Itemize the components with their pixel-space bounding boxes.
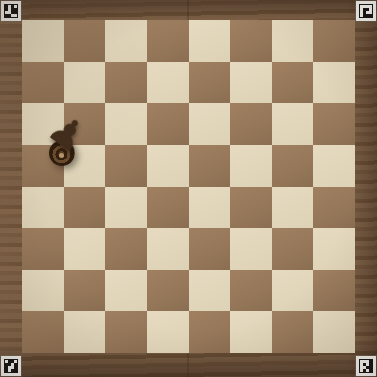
- marker-ink: [359, 359, 373, 373]
- marker-ink: [4, 359, 18, 373]
- square-b1[interactable]: [64, 311, 106, 353]
- square-f3[interactable]: [230, 228, 272, 270]
- square-g4[interactable]: [272, 187, 314, 229]
- square-h8[interactable]: [313, 20, 355, 62]
- square-h3[interactable]: [313, 228, 355, 270]
- square-g3[interactable]: [272, 228, 314, 270]
- fiducial-marker-top-right-icon: [356, 1, 376, 21]
- marker-bit: [14, 369, 17, 372]
- fiducial-marker-bottom-right-icon: [356, 356, 376, 376]
- square-g6[interactable]: [272, 103, 314, 145]
- square-e1[interactable]: [189, 311, 231, 353]
- square-g1[interactable]: [272, 311, 314, 353]
- marker-bit: [369, 14, 372, 17]
- square-c6[interactable]: [105, 103, 147, 145]
- square-d6[interactable]: [147, 103, 189, 145]
- square-f7[interactable]: [230, 62, 272, 104]
- square-f1[interactable]: [230, 311, 272, 353]
- square-f6[interactable]: [230, 103, 272, 145]
- square-e8[interactable]: [189, 20, 231, 62]
- square-d7[interactable]: [147, 62, 189, 104]
- square-c3[interactable]: [105, 228, 147, 270]
- marker-ink: [4, 4, 18, 18]
- square-b8[interactable]: [64, 20, 106, 62]
- square-c8[interactable]: [105, 20, 147, 62]
- fallen-black-pawn[interactable]: ♟: [45, 114, 85, 170]
- square-a2[interactable]: [22, 270, 64, 312]
- square-f2[interactable]: [230, 270, 272, 312]
- square-h1[interactable]: [313, 311, 355, 353]
- fiducial-marker-top-left-icon: [1, 1, 21, 21]
- square-b2[interactable]: [64, 270, 106, 312]
- square-c7[interactable]: [105, 62, 147, 104]
- square-e4[interactable]: [189, 187, 231, 229]
- square-f8[interactable]: [230, 20, 272, 62]
- square-a7[interactable]: [22, 62, 64, 104]
- square-d1[interactable]: [147, 311, 189, 353]
- square-e6[interactable]: [189, 103, 231, 145]
- square-g5[interactable]: [272, 145, 314, 187]
- square-c1[interactable]: [105, 311, 147, 353]
- square-h2[interactable]: [313, 270, 355, 312]
- square-c2[interactable]: [105, 270, 147, 312]
- square-d3[interactable]: [147, 228, 189, 270]
- square-b4[interactable]: [64, 187, 106, 229]
- square-h6[interactable]: [313, 103, 355, 145]
- square-f4[interactable]: [230, 187, 272, 229]
- square-a4[interactable]: [22, 187, 64, 229]
- square-d2[interactable]: [147, 270, 189, 312]
- square-g7[interactable]: [272, 62, 314, 104]
- camera-view: ♟: [0, 0, 377, 377]
- square-h5[interactable]: [313, 145, 355, 187]
- fiducial-marker-bottom-left-icon: [1, 356, 21, 376]
- square-e7[interactable]: [189, 62, 231, 104]
- square-h4[interactable]: [313, 187, 355, 229]
- square-a8[interactable]: [22, 20, 64, 62]
- square-h7[interactable]: [313, 62, 355, 104]
- square-a3[interactable]: [22, 228, 64, 270]
- marker-bit: [369, 369, 372, 372]
- square-c4[interactable]: [105, 187, 147, 229]
- square-d8[interactable]: [147, 20, 189, 62]
- marker-bit: [14, 14, 17, 17]
- chess-board: [22, 20, 355, 353]
- marker-ink: [359, 4, 373, 18]
- square-c5[interactable]: [105, 145, 147, 187]
- square-a1[interactable]: [22, 311, 64, 353]
- square-e5[interactable]: [189, 145, 231, 187]
- square-f5[interactable]: [230, 145, 272, 187]
- square-b3[interactable]: [64, 228, 106, 270]
- square-e3[interactable]: [189, 228, 231, 270]
- square-e2[interactable]: [189, 270, 231, 312]
- square-b7[interactable]: [64, 62, 106, 104]
- square-d4[interactable]: [147, 187, 189, 229]
- square-d5[interactable]: [147, 145, 189, 187]
- square-g8[interactable]: [272, 20, 314, 62]
- square-g2[interactable]: [272, 270, 314, 312]
